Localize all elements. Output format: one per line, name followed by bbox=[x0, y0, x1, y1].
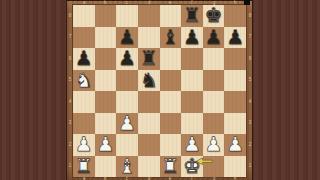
square-g4[interactable] bbox=[203, 91, 225, 113]
square-h5[interactable] bbox=[224, 70, 246, 92]
square-g2[interactable]: ♟ bbox=[203, 134, 225, 156]
white-pawn[interactable]: ♟ bbox=[96, 134, 114, 156]
square-h6[interactable] bbox=[224, 48, 246, 70]
square-f4[interactable] bbox=[181, 91, 203, 113]
white-knight[interactable]: ♞ bbox=[75, 70, 93, 92]
square-h2[interactable]: ♟ bbox=[224, 134, 246, 156]
square-d7[interactable] bbox=[138, 27, 160, 49]
square-g5[interactable] bbox=[203, 70, 225, 92]
square-f8[interactable]: ♜ bbox=[181, 5, 203, 27]
square-b3[interactable] bbox=[95, 113, 117, 135]
square-c6[interactable]: ♟ bbox=[116, 48, 138, 70]
square-b8[interactable] bbox=[95, 5, 117, 27]
square-h4[interactable] bbox=[224, 91, 246, 113]
black-pawn[interactable]: ♟ bbox=[183, 27, 201, 49]
square-b6[interactable] bbox=[95, 48, 117, 70]
white-pawn[interactable]: ♟ bbox=[205, 134, 223, 156]
square-d8[interactable] bbox=[138, 5, 160, 27]
black-pawn[interactable]: ♟ bbox=[205, 27, 223, 49]
square-d5[interactable]: ♞ bbox=[138, 70, 160, 92]
square-e5[interactable] bbox=[160, 70, 182, 92]
square-c2[interactable] bbox=[116, 134, 138, 156]
square-c4[interactable] bbox=[116, 91, 138, 113]
square-f3[interactable] bbox=[181, 113, 203, 135]
square-a5[interactable]: ♞ bbox=[73, 70, 95, 92]
white-rook[interactable]: ♜ bbox=[161, 156, 179, 178]
square-e4[interactable] bbox=[160, 91, 182, 113]
square-c8[interactable] bbox=[116, 5, 138, 27]
black-to-move-indicator bbox=[244, 0, 250, 5]
square-b2[interactable]: ♟ bbox=[95, 134, 117, 156]
black-rook[interactable]: ♜ bbox=[183, 5, 201, 27]
square-a8[interactable] bbox=[73, 5, 95, 27]
square-f2[interactable]: ♟ bbox=[181, 134, 203, 156]
square-b7[interactable] bbox=[95, 27, 117, 49]
square-f7[interactable]: ♟ bbox=[181, 27, 203, 49]
white-pawn[interactable]: ♟ bbox=[183, 134, 201, 156]
square-h8[interactable] bbox=[224, 5, 246, 27]
square-d4[interactable] bbox=[138, 91, 160, 113]
black-pawn[interactable]: ♟ bbox=[118, 27, 136, 49]
square-f6[interactable] bbox=[181, 48, 203, 70]
square-a3[interactable] bbox=[73, 113, 95, 135]
square-g8[interactable]: ♚ bbox=[203, 5, 225, 27]
square-g6[interactable] bbox=[203, 48, 225, 70]
square-e1[interactable]: ♜ bbox=[160, 156, 182, 178]
square-c5[interactable] bbox=[116, 70, 138, 92]
black-king[interactable]: ♚ bbox=[205, 5, 223, 27]
white-pawn[interactable]: ♟ bbox=[118, 113, 136, 135]
square-g3[interactable] bbox=[203, 113, 225, 135]
square-e6[interactable] bbox=[160, 48, 182, 70]
square-g1[interactable] bbox=[203, 156, 225, 178]
square-a2[interactable]: ♟ bbox=[73, 134, 95, 156]
white-pawn[interactable]: ♟ bbox=[75, 134, 93, 156]
square-b5[interactable] bbox=[95, 70, 117, 92]
square-c3[interactable]: ♟ bbox=[116, 113, 138, 135]
chess-app-stage: ♜♚♟♝♟♟♟♟♟♜♞♞♟♟♟♟♟♟♜♝♜♚ aabbccddeeffgghh8… bbox=[0, 0, 320, 180]
square-a1[interactable]: ♜ bbox=[73, 156, 95, 178]
square-c7[interactable]: ♟ bbox=[116, 27, 138, 49]
square-a6[interactable]: ♟ bbox=[73, 48, 95, 70]
square-e8[interactable] bbox=[160, 5, 182, 27]
square-b1[interactable] bbox=[95, 156, 117, 178]
square-h1[interactable] bbox=[224, 156, 246, 178]
square-a7[interactable] bbox=[73, 27, 95, 49]
square-f5[interactable] bbox=[181, 70, 203, 92]
square-a4[interactable] bbox=[73, 91, 95, 113]
black-pawn[interactable]: ♟ bbox=[118, 48, 136, 70]
black-pawn[interactable]: ♟ bbox=[75, 48, 93, 70]
black-bishop[interactable]: ♝ bbox=[161, 27, 179, 49]
square-b4[interactable] bbox=[95, 91, 117, 113]
square-h7[interactable]: ♟ bbox=[224, 27, 246, 49]
square-c1[interactable]: ♝ bbox=[116, 156, 138, 178]
black-pawn[interactable]: ♟ bbox=[226, 27, 244, 49]
square-g7[interactable]: ♟ bbox=[203, 27, 225, 49]
white-bishop[interactable]: ♝ bbox=[118, 156, 136, 178]
square-e2[interactable] bbox=[160, 134, 182, 156]
square-e3[interactable] bbox=[160, 113, 182, 135]
black-rook[interactable]: ♜ bbox=[140, 48, 158, 70]
white-king[interactable]: ♚ bbox=[183, 156, 201, 178]
square-f1[interactable]: ♚ bbox=[181, 156, 203, 178]
white-rook[interactable]: ♜ bbox=[75, 156, 93, 178]
black-knight[interactable]: ♞ bbox=[140, 70, 158, 92]
square-d6[interactable]: ♜ bbox=[138, 48, 160, 70]
square-d2[interactable] bbox=[138, 134, 160, 156]
square-d1[interactable] bbox=[138, 156, 160, 178]
square-d3[interactable] bbox=[138, 113, 160, 135]
square-h3[interactable] bbox=[224, 113, 246, 135]
square-e7[interactable]: ♝ bbox=[160, 27, 182, 49]
chess-board[interactable]: ♜♚♟♝♟♟♟♟♟♜♞♞♟♟♟♟♟♟♜♝♜♚ bbox=[73, 5, 246, 177]
white-pawn[interactable]: ♟ bbox=[226, 134, 244, 156]
